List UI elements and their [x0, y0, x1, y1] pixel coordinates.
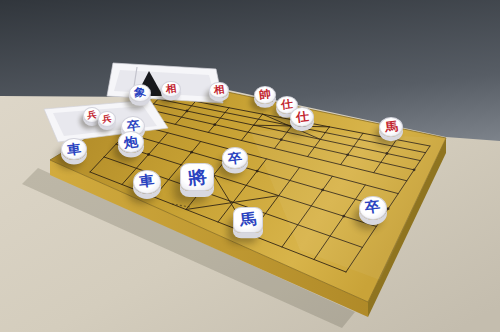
captured-red-soldier-2-piece[interactable]: 兵 [98, 111, 116, 126]
red-horse-piece[interactable]: 馬 [379, 117, 403, 137]
blue-chariot-1-piece[interactable]: 車 [61, 138, 87, 160]
piece-character: 卒 [365, 200, 382, 216]
blue-general-piece[interactable]: 將 [180, 163, 214, 192]
piece-character: 相 [213, 84, 225, 95]
position-marker-dot [147, 153, 150, 156]
photo-scene: 相帥仕仕卒馬炮車卒將車卒馬象相兵兵 [0, 0, 500, 332]
piece-character: 相 [165, 83, 177, 94]
blue-soldier-3-piece[interactable]: 卒 [359, 196, 387, 220]
piece-character: 仕 [280, 99, 293, 111]
blue-chariot-2-piece[interactable]: 車 [133, 170, 161, 194]
piece-character: 象 [133, 87, 146, 99]
blue-soldier-2-piece[interactable]: 卒 [222, 147, 248, 169]
blue-horse-piece[interactable]: 馬 [233, 207, 263, 232]
piece-character: 車 [66, 142, 82, 157]
piece-character: 馬 [239, 211, 257, 228]
red-advisor-2-piece[interactable]: 仕 [290, 107, 314, 127]
position-marker-dot [190, 151, 193, 154]
piece-character: 馬 [384, 120, 398, 133]
position-marker-dot [186, 110, 189, 113]
xiangqi-board-scene [0, 0, 500, 332]
piece-character: 帥 [258, 89, 271, 101]
piece-character: 仕 [295, 110, 309, 123]
piece-character: 卒 [227, 151, 243, 166]
piece-character: 車 [139, 174, 156, 190]
piece-character: 將 [187, 167, 208, 187]
red-general-piece[interactable]: 帥 [254, 86, 276, 105]
piece-character: 炮 [123, 135, 139, 150]
piece-character: 兵 [87, 110, 97, 120]
blue-cannon-piece[interactable]: 炮 [118, 131, 144, 153]
position-marker-dot [256, 170, 259, 173]
piece-character: 兵 [102, 114, 112, 124]
captured-blue-elephant-piece[interactable]: 象 [129, 84, 151, 103]
position-marker-dot [213, 123, 216, 126]
